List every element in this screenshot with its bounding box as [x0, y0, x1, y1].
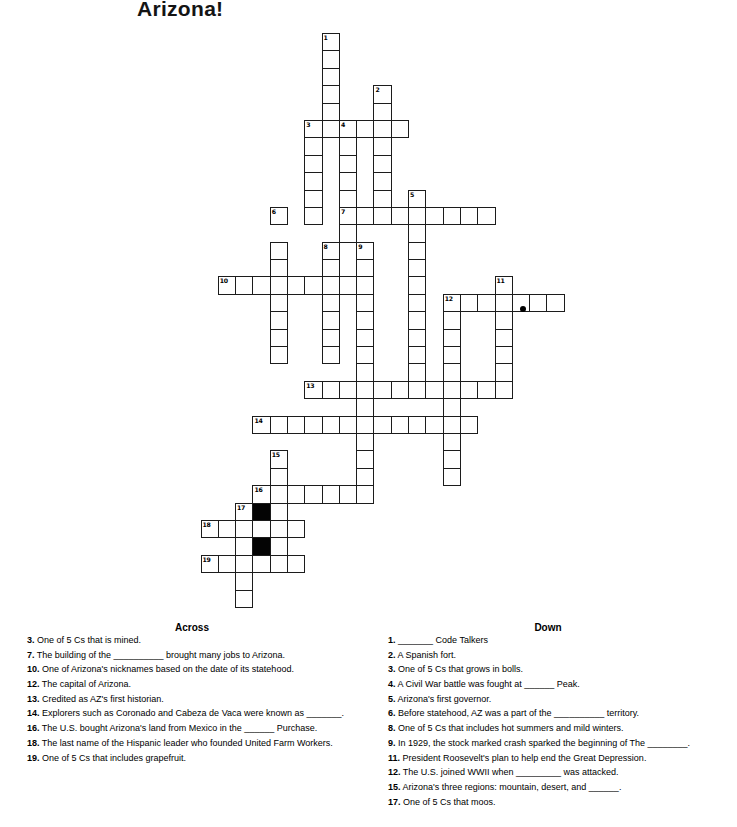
grid-cell[interactable] [270, 520, 288, 538]
clue-number: 14 [254, 417, 262, 424]
grid-cell[interactable] [322, 346, 340, 364]
grid-cell[interactable] [408, 311, 426, 329]
grid-cell[interactable] [270, 537, 288, 555]
grid-cell[interactable] [425, 207, 443, 225]
grid-cell[interactable] [356, 468, 374, 486]
grid-cell[interactable] [356, 363, 374, 381]
clue-across-18: 18. The last name of the Hispanic leader… [27, 737, 385, 752]
clue-text: The U.S. joined WWII when _________ was … [401, 767, 619, 777]
grid-cell[interactable] [304, 276, 322, 294]
grid-cell[interactable] [373, 137, 391, 155]
clue-across-14: 14. Explorers such as Coronado and Cabez… [27, 707, 385, 722]
grid-cell[interactable] [322, 120, 340, 138]
grid-cell[interactable] [356, 259, 374, 277]
grid-cell[interactable] [339, 172, 357, 190]
grid-cell[interactable]: 19 [201, 555, 219, 573]
grid-cell[interactable] [356, 381, 374, 399]
clue-text: One of 5 Cs that is mined. [35, 635, 142, 645]
grid-cell[interactable] [477, 207, 495, 225]
grid-cell[interactable] [270, 294, 288, 312]
black-cell [252, 537, 270, 555]
grid-cell[interactable] [495, 294, 513, 312]
grid-cell[interactable] [322, 294, 340, 312]
grid-cell[interactable] [304, 172, 322, 190]
grid-cell[interactable] [270, 276, 288, 294]
grid-cell[interactable] [322, 485, 340, 503]
clue-text: The U.S. bought Arizona's land from Mexi… [40, 723, 318, 733]
grid-cell[interactable] [373, 120, 391, 138]
grid-cell[interactable] [322, 50, 340, 68]
clue-across-12: 12. The capital of Arizona. [27, 678, 385, 693]
grid-cell[interactable] [546, 294, 564, 312]
grid-cell[interactable] [322, 85, 340, 103]
clue-number: 1 [324, 34, 328, 41]
clue-text: President Roosevelt's plan to help end t… [400, 753, 646, 763]
clue-number: 10 [220, 277, 228, 284]
grid-cell[interactable] [270, 242, 288, 260]
clue-down-11: 11. President Roosevelt's plan to help e… [388, 752, 736, 767]
clue-across-13: 13. Credited as AZ's first historian. [27, 693, 385, 708]
grid-cell[interactable] [373, 103, 391, 121]
grid-cell[interactable] [339, 381, 357, 399]
clue-text: In 1929, the stock marked crash sparked … [396, 738, 691, 748]
clue-number-label: 11. [388, 753, 400, 763]
grid-cell[interactable] [356, 311, 374, 329]
grid-cell[interactable] [356, 329, 374, 347]
clue-number-label: 5. [388, 694, 396, 704]
clue-number: 9 [358, 243, 362, 250]
grid-cell[interactable] [339, 485, 357, 503]
grid-cell[interactable] [408, 242, 426, 260]
clue-number: 8 [324, 243, 328, 250]
clue-number: 13 [306, 382, 314, 389]
clue-down-6: 6. Before statehood, AZ was a part of th… [388, 707, 736, 722]
clue-number: 11 [497, 277, 505, 284]
grid-cell[interactable] [408, 276, 426, 294]
grid-cell[interactable]: 15 [270, 450, 288, 468]
grid-cell[interactable] [408, 207, 426, 225]
page-title: Arizona! [137, 0, 223, 21]
grid-cell[interactable] [443, 398, 461, 416]
grid-cell[interactable] [322, 311, 340, 329]
grid-cell[interactable] [322, 103, 340, 121]
clue-number-label: 12. [27, 679, 40, 689]
grid-cell[interactable] [235, 276, 253, 294]
grid-cell[interactable] [287, 416, 305, 434]
grid-cell[interactable] [356, 346, 374, 364]
grid-cell[interactable] [391, 120, 409, 138]
grid-cell[interactable] [304, 190, 322, 208]
clue-number-label: 3. [388, 664, 396, 674]
clue-number: 18 [203, 521, 211, 528]
grid-cell[interactable]: 11 [495, 276, 513, 294]
grid-cell[interactable] [235, 572, 253, 590]
stray-dot [520, 306, 526, 312]
grid-cell[interactable] [339, 190, 357, 208]
grid-cell[interactable] [339, 276, 357, 294]
grid-cell[interactable] [477, 294, 495, 312]
grid-cell[interactable] [322, 381, 340, 399]
grid-cell[interactable] [373, 416, 391, 434]
grid-cell[interactable] [356, 294, 374, 312]
grid-cell[interactable] [270, 555, 288, 573]
grid-cell[interactable] [443, 416, 461, 434]
grid-cell[interactable]: 5 [408, 190, 426, 208]
clue-down-12: 12. The U.S. joined WWII when _________ … [388, 766, 736, 781]
grid-cell[interactable] [287, 555, 305, 573]
grid-cell[interactable] [373, 172, 391, 190]
grid-cell[interactable] [270, 259, 288, 277]
grid-cell[interactable] [339, 416, 357, 434]
grid-cell[interactable] [443, 311, 461, 329]
grid-cell[interactable] [443, 329, 461, 347]
clue-number: 12 [445, 295, 453, 302]
grid-cell[interactable] [356, 416, 374, 434]
clue-across-3: 3. One of 5 Cs that is mined. [27, 634, 385, 649]
grid-cell[interactable] [443, 381, 461, 399]
grid-cell[interactable] [270, 416, 288, 434]
grid-cell[interactable] [339, 155, 357, 173]
grid-cell[interactable] [460, 416, 478, 434]
grid-cell[interactable] [373, 381, 391, 399]
grid-cell[interactable] [408, 416, 426, 434]
grid-cell[interactable] [356, 120, 374, 138]
grid-cell[interactable] [252, 276, 270, 294]
clue-across-10: 10. One of Arizona's nicknames based on … [27, 663, 385, 678]
grid-cell[interactable] [322, 259, 340, 277]
clue-number-label: 2. [388, 650, 396, 660]
grid-cell[interactable] [356, 433, 374, 451]
clue-text: A Civil War battle was fought at ______ … [396, 679, 580, 689]
grid-cell[interactable]: 7 [339, 207, 357, 225]
clue-number-label: 18. [27, 738, 40, 748]
grid-cell[interactable] [218, 555, 236, 573]
clue-text: One of 5 Cs that moos. [401, 797, 496, 807]
clue-down-2: 2. A Spanish fort. [388, 649, 736, 664]
black-cell [252, 503, 270, 521]
grid-cell[interactable] [495, 311, 513, 329]
clue-number-label: 17. [388, 797, 401, 807]
grid-cell[interactable] [287, 485, 305, 503]
grid-cell[interactable] [304, 155, 322, 173]
clue-text: A Spanish fort. [396, 650, 457, 660]
grid-cell[interactable] [322, 276, 340, 294]
grid-cell[interactable] [477, 381, 495, 399]
clue-number: 5 [410, 191, 414, 198]
clue-number: 2 [375, 86, 379, 93]
grid-cell[interactable] [408, 224, 426, 242]
grid-cell[interactable] [356, 207, 374, 225]
grid-cell[interactable] [443, 433, 461, 451]
grid-cell[interactable] [287, 520, 305, 538]
crossword-grid: 12345678910111213141516171819 [201, 33, 564, 607]
grid-cell[interactable]: 1 [322, 33, 340, 51]
clue-number-label: 9. [388, 738, 396, 748]
grid-cell[interactable] [252, 520, 270, 538]
clue-number-label: 14. [27, 708, 40, 718]
grid-cell[interactable] [460, 294, 478, 312]
grid-cell[interactable] [270, 311, 288, 329]
grid-cell[interactable]: 3 [304, 120, 322, 138]
grid-cell[interactable]: 14 [252, 416, 270, 434]
grid-cell[interactable] [339, 137, 357, 155]
clue-number-label: 16. [27, 723, 40, 733]
clue-number: 7 [341, 208, 345, 215]
across-clue-list: 3. One of 5 Cs that is mined.7. The buil… [27, 634, 385, 766]
grid-cell[interactable] [356, 450, 374, 468]
grid-cell[interactable] [495, 381, 513, 399]
grid-cell[interactable] [408, 346, 426, 364]
clue-number-label: 4. [388, 679, 396, 689]
grid-cell[interactable] [235, 590, 253, 608]
clue-number: 4 [341, 121, 345, 128]
grid-cell[interactable] [425, 416, 443, 434]
grid-cell[interactable] [356, 398, 374, 416]
grid-cell[interactable] [373, 155, 391, 173]
grid-cell[interactable]: 17 [235, 503, 253, 521]
grid-cell[interactable] [495, 329, 513, 347]
grid-cell[interactable] [443, 363, 461, 381]
grid-cell[interactable] [460, 207, 478, 225]
clue-text: _______ Code Talkers [396, 635, 488, 645]
grid-cell[interactable] [391, 207, 409, 225]
grid-cell[interactable] [322, 329, 340, 347]
grid-cell[interactable] [235, 537, 253, 555]
clue-number-label: 10. [27, 664, 40, 674]
grid-cell[interactable] [304, 207, 322, 225]
grid-cell[interactable] [235, 520, 253, 538]
grid-cell[interactable] [408, 381, 426, 399]
grid-cell[interactable]: 18 [201, 520, 219, 538]
grid-cell[interactable]: 13 [304, 381, 322, 399]
grid-cell[interactable] [408, 329, 426, 347]
grid-cell[interactable] [322, 416, 340, 434]
clue-number-label: 1. [388, 635, 396, 645]
grid-cell[interactable] [339, 224, 357, 242]
grid-cell[interactable] [270, 468, 288, 486]
grid-cell[interactable]: 6 [270, 207, 288, 225]
clue-number: 16 [254, 486, 262, 493]
grid-cell[interactable] [304, 137, 322, 155]
grid-cell[interactable] [235, 555, 253, 573]
clue-text: Arizona's three regions: mountain, deser… [401, 782, 622, 792]
grid-cell[interactable] [495, 363, 513, 381]
clue-down-5: 5. Arizona's first governor. [388, 693, 736, 708]
clue-text: The last name of the Hispanic leader who… [40, 738, 333, 748]
down-header: Down [534, 622, 561, 633]
grid-cell[interactable]: 4 [339, 120, 357, 138]
across-header: Across [175, 622, 209, 633]
clue-across-19: 19. One of 5 Cs that includes grapefruit… [27, 752, 385, 767]
grid-cell[interactable] [252, 555, 270, 573]
clue-text: Arizona's first governor. [396, 694, 492, 704]
grid-cell[interactable]: 9 [356, 242, 374, 260]
grid-cell[interactable] [408, 294, 426, 312]
grid-cell[interactable] [391, 416, 409, 434]
grid-cell[interactable] [391, 381, 409, 399]
grid-cell[interactable]: 16 [252, 485, 270, 503]
clue-down-15: 15. Arizona's three regions: mountain, d… [388, 781, 736, 796]
grid-cell[interactable] [270, 346, 288, 364]
clue-down-9: 9. In 1929, the stock marked crash spark… [388, 737, 736, 752]
clue-number-label: 15. [388, 782, 401, 792]
clue-across-7: 7. The building of the __________ brough… [27, 649, 385, 664]
clue-text: One of 5 Cs that includes grapefruit. [40, 753, 187, 763]
clue-down-3: 3. One of 5 Cs that grows in bolls. [388, 663, 736, 678]
clue-across-16: 16. The U.S. bought Arizona's land from … [27, 722, 385, 737]
grid-cell[interactable]: 2 [373, 85, 391, 103]
clue-number: 3 [306, 121, 310, 128]
clue-number: 6 [272, 208, 276, 215]
clue-text: Credited as AZ's first historian. [40, 694, 164, 704]
clue-down-8: 8. One of 5 Cs that includes hot summers… [388, 722, 736, 737]
clue-down-1: 1. _______ Code Talkers [388, 634, 736, 649]
clue-text: The capital of Arizona. [40, 679, 131, 689]
grid-cell[interactable] [512, 294, 530, 312]
grid-cell[interactable] [373, 207, 391, 225]
grid-cell[interactable] [425, 381, 443, 399]
grid-cell[interactable] [270, 485, 288, 503]
grid-cell[interactable] [443, 346, 461, 364]
clue-text: One of 5 Cs that includes hot summers an… [396, 723, 624, 733]
grid-cell[interactable]: 12 [443, 294, 461, 312]
grid-cell[interactable] [270, 329, 288, 347]
clue-number-label: 7. [27, 650, 35, 660]
clue-number: 15 [272, 451, 280, 458]
grid-cell[interactable] [443, 468, 461, 486]
clue-number-label: 12. [388, 767, 401, 777]
grid-cell[interactable]: 8 [322, 242, 340, 260]
grid-cell[interactable] [408, 363, 426, 381]
clue-text: One of 5 Cs that grows in bolls. [396, 664, 524, 674]
clue-text: One of Arizona's nicknames based on the … [40, 664, 294, 674]
grid-cell[interactable] [373, 190, 391, 208]
clue-text: Before statehood, AZ was a part of the _… [396, 708, 639, 718]
grid-cell[interactable]: 10 [218, 276, 236, 294]
grid-cell[interactable] [304, 485, 322, 503]
grid-cell[interactable] [495, 346, 513, 364]
clue-number: 17 [237, 504, 245, 511]
grid-cell[interactable] [287, 276, 305, 294]
clue-number: 19 [203, 556, 211, 563]
grid-cell[interactable] [270, 503, 288, 521]
grid-cell[interactable] [529, 294, 547, 312]
grid-cell[interactable] [304, 416, 322, 434]
clue-number-label: 8. [388, 723, 396, 733]
grid-cell[interactable] [443, 450, 461, 468]
grid-cell[interactable] [322, 68, 340, 86]
clue-number-label: 6. [388, 708, 396, 718]
clue-down-4: 4. A Civil War battle was fought at ____… [388, 678, 736, 693]
clue-down-17: 17. One of 5 Cs that moos. [388, 796, 736, 811]
grid-cell[interactable] [460, 381, 478, 399]
down-clue-list: 1. _______ Code Talkers2. A Spanish fort… [388, 634, 736, 810]
grid-cell[interactable] [408, 259, 426, 277]
grid-cell[interactable] [356, 485, 374, 503]
clue-number-label: 13. [27, 694, 40, 704]
clue-number-label: 3. [27, 635, 35, 645]
grid-cell[interactable] [443, 207, 461, 225]
grid-cell[interactable] [218, 520, 236, 538]
clue-text: Explorers such as Coronado and Cabeza de… [40, 708, 345, 718]
grid-cell[interactable] [356, 276, 374, 294]
clue-number-label: 19. [27, 753, 40, 763]
clue-text: The building of the __________ brought m… [35, 650, 286, 660]
